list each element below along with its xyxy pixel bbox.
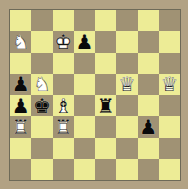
piece-black-king-icon: ♚︎ bbox=[31, 95, 52, 116]
square-e8[interactable] bbox=[95, 10, 116, 31]
square-g7[interactable] bbox=[138, 31, 159, 52]
square-g2[interactable] bbox=[138, 138, 159, 159]
piece-white-queen-outline-icon: ♕︎ bbox=[159, 74, 180, 95]
square-e2[interactable] bbox=[95, 138, 116, 159]
square-a2[interactable] bbox=[10, 138, 31, 159]
square-c1[interactable] bbox=[53, 159, 74, 180]
square-e1[interactable] bbox=[95, 159, 116, 180]
square-d7[interactable]: ♟︎ bbox=[74, 31, 95, 52]
piece-black-pawn-icon: ♟︎ bbox=[10, 95, 31, 116]
square-b4[interactable]: ♚︎ bbox=[31, 95, 52, 116]
square-f4[interactable] bbox=[116, 95, 137, 116]
square-f8[interactable] bbox=[116, 10, 137, 31]
piece-white-rook-icon: ♜︎ bbox=[53, 116, 74, 137]
square-a8[interactable] bbox=[10, 10, 31, 31]
square-f5[interactable]: ♛︎♕︎ bbox=[116, 74, 137, 95]
square-h6[interactable] bbox=[159, 53, 180, 74]
square-e4[interactable]: ♜︎ bbox=[95, 95, 116, 116]
square-d6[interactable] bbox=[74, 53, 95, 74]
piece-white-rook-outline-icon: ♖︎ bbox=[10, 116, 31, 137]
square-g8[interactable] bbox=[138, 10, 159, 31]
square-a7[interactable]: ♞︎♘︎ bbox=[10, 31, 31, 52]
square-e5[interactable] bbox=[95, 74, 116, 95]
square-g6[interactable] bbox=[138, 53, 159, 74]
square-h2[interactable] bbox=[159, 138, 180, 159]
square-c4[interactable]: ♝︎♗︎ bbox=[53, 95, 74, 116]
square-c3[interactable]: ♜︎♖︎ bbox=[53, 116, 74, 137]
square-d4[interactable] bbox=[74, 95, 95, 116]
square-g3[interactable]: ♟︎ bbox=[138, 116, 159, 137]
chess-board-frame: ♞︎♘︎♚︎♔︎♟︎♟︎♞︎♘︎♛︎♕︎♛︎♕︎♟︎♚︎♝︎♗︎♜︎♜︎♖︎♜︎… bbox=[0, 0, 188, 189]
piece-white-rook-icon: ♜︎ bbox=[10, 116, 31, 137]
square-h3[interactable] bbox=[159, 116, 180, 137]
square-a6[interactable] bbox=[10, 53, 31, 74]
square-e7[interactable] bbox=[95, 31, 116, 52]
square-f2[interactable] bbox=[116, 138, 137, 159]
square-h1[interactable] bbox=[159, 159, 180, 180]
square-c5[interactable] bbox=[53, 74, 74, 95]
piece-black-rook-icon: ♜︎ bbox=[95, 95, 116, 116]
square-f1[interactable] bbox=[116, 159, 137, 180]
piece-black-pawn-icon: ♟︎ bbox=[74, 31, 95, 52]
square-c2[interactable] bbox=[53, 138, 74, 159]
square-b6[interactable] bbox=[31, 53, 52, 74]
square-g1[interactable] bbox=[138, 159, 159, 180]
square-b8[interactable] bbox=[31, 10, 52, 31]
square-h8[interactable] bbox=[159, 10, 180, 31]
square-a1[interactable] bbox=[10, 159, 31, 180]
square-f3[interactable] bbox=[116, 116, 137, 137]
piece-white-knight-outline-icon: ♘︎ bbox=[31, 74, 52, 95]
piece-white-king-icon: ♚︎ bbox=[53, 31, 74, 52]
square-e6[interactable] bbox=[95, 53, 116, 74]
square-f6[interactable] bbox=[116, 53, 137, 74]
square-b2[interactable] bbox=[31, 138, 52, 159]
square-d5[interactable] bbox=[74, 74, 95, 95]
piece-white-queen-outline-icon: ♕︎ bbox=[116, 74, 137, 95]
square-b5[interactable]: ♞︎♘︎ bbox=[31, 74, 52, 95]
square-c8[interactable] bbox=[53, 10, 74, 31]
square-a4[interactable]: ♟︎ bbox=[10, 95, 31, 116]
square-h5[interactable]: ♛︎♕︎ bbox=[159, 74, 180, 95]
square-f7[interactable] bbox=[116, 31, 137, 52]
square-b3[interactable] bbox=[31, 116, 52, 137]
square-c7[interactable]: ♚︎♔︎ bbox=[53, 31, 74, 52]
square-g5[interactable] bbox=[138, 74, 159, 95]
piece-black-pawn-icon: ♟︎ bbox=[10, 74, 31, 95]
piece-white-bishop-outline-icon: ♗︎ bbox=[53, 95, 74, 116]
piece-black-pawn-icon: ♟︎ bbox=[138, 116, 159, 137]
square-d8[interactable] bbox=[74, 10, 95, 31]
piece-white-king-outline-icon: ♔︎ bbox=[53, 31, 74, 52]
piece-white-knight-icon: ♞︎ bbox=[10, 31, 31, 52]
square-d2[interactable] bbox=[74, 138, 95, 159]
square-a3[interactable]: ♜︎♖︎ bbox=[10, 116, 31, 137]
piece-white-knight-icon: ♞︎ bbox=[31, 74, 52, 95]
square-e3[interactable] bbox=[95, 116, 116, 137]
piece-white-bishop-icon: ♝︎ bbox=[53, 95, 74, 116]
square-a5[interactable]: ♟︎ bbox=[10, 74, 31, 95]
piece-white-queen-icon: ♛︎ bbox=[116, 74, 137, 95]
square-d1[interactable] bbox=[74, 159, 95, 180]
chess-board: ♞︎♘︎♚︎♔︎♟︎♟︎♞︎♘︎♛︎♕︎♛︎♕︎♟︎♚︎♝︎♗︎♜︎♜︎♖︎♜︎… bbox=[9, 9, 181, 181]
square-h4[interactable] bbox=[159, 95, 180, 116]
piece-white-knight-outline-icon: ♘︎ bbox=[10, 31, 31, 52]
square-b1[interactable] bbox=[31, 159, 52, 180]
square-b7[interactable] bbox=[31, 31, 52, 52]
square-g4[interactable] bbox=[138, 95, 159, 116]
piece-white-queen-icon: ♛︎ bbox=[159, 74, 180, 95]
square-c6[interactable] bbox=[53, 53, 74, 74]
piece-white-rook-outline-icon: ♖︎ bbox=[53, 116, 74, 137]
square-h7[interactable] bbox=[159, 31, 180, 52]
square-d3[interactable] bbox=[74, 116, 95, 137]
